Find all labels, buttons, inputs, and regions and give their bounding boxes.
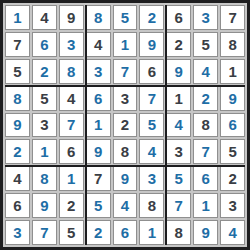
box-divider-vertical-2 [165, 5, 167, 245]
cell-r8c4[interactable]: 5 [86, 193, 111, 218]
box-divider-vertical-1 [85, 5, 87, 245]
cell-r7c8[interactable]: 6 [193, 166, 218, 191]
cell-r3c5[interactable]: 7 [113, 59, 138, 84]
cell-r1c3[interactable]: 9 [59, 5, 84, 30]
cell-r5c5[interactable]: 2 [113, 113, 138, 138]
cell-r6c1[interactable]: 2 [5, 139, 30, 164]
cell-r6c2[interactable]: 1 [32, 139, 57, 164]
cell-r3c9[interactable]: 1 [220, 59, 245, 84]
cell-r5c7[interactable]: 4 [166, 113, 191, 138]
cell-r8c2[interactable]: 9 [32, 193, 57, 218]
cell-r6c3[interactable]: 6 [59, 139, 84, 164]
cell-r7c9[interactable]: 2 [220, 166, 245, 191]
cell-r7c2[interactable]: 8 [32, 166, 57, 191]
cell-r1c8[interactable]: 3 [193, 5, 218, 30]
cell-r8c7[interactable]: 7 [166, 193, 191, 218]
cell-r5c4[interactable]: 1 [86, 113, 111, 138]
cell-r3c3[interactable]: 8 [59, 59, 84, 84]
cell-r4c9[interactable]: 9 [220, 86, 245, 111]
cell-r3c2[interactable]: 2 [32, 59, 57, 84]
cell-r1c2[interactable]: 4 [32, 5, 57, 30]
cell-r2c3[interactable]: 3 [59, 32, 84, 57]
cell-r2c6[interactable]: 9 [139, 32, 164, 57]
cell-r9c9[interactable]: 4 [220, 220, 245, 245]
cell-r8c3[interactable]: 2 [59, 193, 84, 218]
cell-r7c1[interactable]: 4 [5, 166, 30, 191]
cell-r5c2[interactable]: 3 [32, 113, 57, 138]
cell-r1c5[interactable]: 5 [113, 5, 138, 30]
cell-r8c6[interactable]: 8 [139, 193, 164, 218]
cell-r9c8[interactable]: 9 [193, 220, 218, 245]
cell-r9c4[interactable]: 2 [86, 220, 111, 245]
cell-r6c7[interactable]: 3 [166, 139, 191, 164]
cell-r6c6[interactable]: 4 [139, 139, 164, 164]
cell-r8c9[interactable]: 3 [220, 193, 245, 218]
cell-r5c9[interactable]: 6 [220, 113, 245, 138]
cell-r6c5[interactable]: 8 [113, 139, 138, 164]
cell-r6c4[interactable]: 9 [86, 139, 111, 164]
cell-r4c7[interactable]: 1 [166, 86, 191, 111]
cell-r2c8[interactable]: 5 [193, 32, 218, 57]
cell-r9c3[interactable]: 5 [59, 220, 84, 245]
cell-r8c8[interactable]: 1 [193, 193, 218, 218]
cell-r3c4[interactable]: 3 [86, 59, 111, 84]
cell-r5c3[interactable]: 7 [59, 113, 84, 138]
cell-r3c8[interactable]: 4 [193, 59, 218, 84]
cell-r3c6[interactable]: 6 [139, 59, 164, 84]
cell-r9c6[interactable]: 1 [139, 220, 164, 245]
cell-r9c1[interactable]: 3 [5, 220, 30, 245]
box-divider-horizontal-2 [5, 165, 245, 167]
cell-r2c9[interactable]: 8 [220, 32, 245, 57]
cell-r2c4[interactable]: 4 [86, 32, 111, 57]
cell-r4c4[interactable]: 6 [86, 86, 111, 111]
cell-r8c5[interactable]: 4 [113, 193, 138, 218]
sudoku-board: 1498526377634192585283769418546371299371… [0, 0, 250, 250]
cell-r2c7[interactable]: 2 [166, 32, 191, 57]
cell-r1c9[interactable]: 7 [220, 5, 245, 30]
cell-r1c6[interactable]: 2 [139, 5, 164, 30]
cell-r4c2[interactable]: 5 [32, 86, 57, 111]
cell-r2c5[interactable]: 1 [113, 32, 138, 57]
cell-r4c3[interactable]: 4 [59, 86, 84, 111]
cell-r1c1[interactable]: 1 [5, 5, 30, 30]
cell-r7c5[interactable]: 9 [113, 166, 138, 191]
cell-r7c7[interactable]: 5 [166, 166, 191, 191]
cell-r8c1[interactable]: 6 [5, 193, 30, 218]
cell-r7c4[interactable]: 7 [86, 166, 111, 191]
cell-r1c4[interactable]: 8 [86, 5, 111, 30]
cell-r5c8[interactable]: 8 [193, 113, 218, 138]
cell-r6c8[interactable]: 7 [193, 139, 218, 164]
sudoku-app: 1498526377634192585283769418546371299371… [0, 0, 250, 250]
cell-r6c9[interactable]: 5 [220, 139, 245, 164]
sudoku-grid: 1498526377634192585283769418546371299371… [5, 5, 245, 245]
cell-r3c7[interactable]: 9 [166, 59, 191, 84]
cell-r7c3[interactable]: 1 [59, 166, 84, 191]
cell-r1c7[interactable]: 6 [166, 5, 191, 30]
cell-r5c6[interactable]: 5 [139, 113, 164, 138]
cell-r2c1[interactable]: 7 [5, 32, 30, 57]
cell-r4c8[interactable]: 2 [193, 86, 218, 111]
cell-r5c1[interactable]: 9 [5, 113, 30, 138]
cell-r2c2[interactable]: 6 [32, 32, 57, 57]
cell-r7c6[interactable]: 3 [139, 166, 164, 191]
cell-r9c7[interactable]: 8 [166, 220, 191, 245]
cell-r3c1[interactable]: 5 [5, 59, 30, 84]
box-divider-horizontal-1 [5, 85, 245, 87]
cell-r4c5[interactable]: 3 [113, 86, 138, 111]
cell-r4c1[interactable]: 8 [5, 86, 30, 111]
cell-r9c5[interactable]: 6 [113, 220, 138, 245]
cell-r4c6[interactable]: 7 [139, 86, 164, 111]
cell-r9c2[interactable]: 7 [32, 220, 57, 245]
